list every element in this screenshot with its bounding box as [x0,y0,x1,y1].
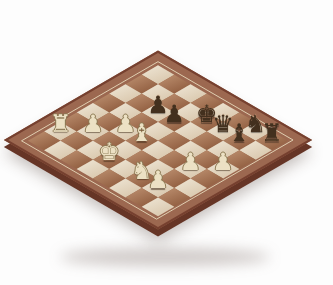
pawn-glyph: ♟ [82,111,104,135]
pawn-glyph: ♟ [180,149,202,173]
board-ground-shadow [60,248,270,266]
king-glyph: ♚ [98,140,120,164]
bishop-glyph: ♝ [229,121,251,145]
board-perspective-wrapper: ♞♜♚♛♝♟♟♟♟♝♟♟♜♚♞♟ [49,77,267,203]
pawn-glyph: ♟ [147,168,169,192]
bishop-glyph: ♝ [131,121,153,145]
pawn-glyph: ♟ [212,149,234,173]
frame-inlay-line: ♞♜♚♛♝♟♟♟♟♝♟♟♜♚♞♟ [21,61,294,219]
rook-glyph: ♜ [261,121,283,145]
pawn-glyph: ♟ [164,102,186,126]
chess-board-frame: ♞♜♚♛♝♟♟♟♟♝♟♟♜♚♞♟ [4,51,312,230]
chess-board-grid: ♞♜♚♛♝♟♟♟♟♝♟♟♜♚♞♟ [28,65,287,215]
rook-glyph: ♜ [50,111,72,135]
chessboard-photo: ♞♜♚♛♝♟♟♟♟♝♟♟♜♚♞♟ [0,0,333,285]
